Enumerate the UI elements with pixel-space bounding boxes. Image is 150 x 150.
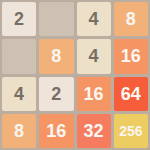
- tile-16: 16: [114, 39, 148, 73]
- tile-2: 2: [2, 2, 36, 36]
- tile-4: 4: [77, 2, 111, 36]
- tile-32: 32: [77, 114, 111, 148]
- tile-8: 8: [114, 2, 148, 36]
- tile-16: 16: [77, 77, 111, 111]
- tile-256: 256: [114, 114, 148, 148]
- tile-16: 16: [39, 114, 73, 148]
- tile-64: 64: [114, 77, 148, 111]
- tile-2: 2: [39, 77, 73, 111]
- empty-cell: [39, 2, 73, 36]
- 2048-board[interactable]: 248841642166481632256: [0, 0, 150, 150]
- tile-4: 4: [77, 39, 111, 73]
- tile-4: 4: [2, 77, 36, 111]
- tile-8: 8: [39, 39, 73, 73]
- tile-8: 8: [2, 114, 36, 148]
- empty-cell: [2, 39, 36, 73]
